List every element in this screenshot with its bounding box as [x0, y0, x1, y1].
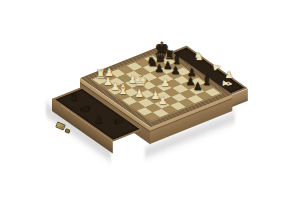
captured-piece-black-pawn[interactable]: ♟ [91, 104, 107, 124]
piece-black-pawn[interactable]: ♟ [188, 65, 207, 91]
captured-piece-black-pawn[interactable]: ♟ [113, 112, 135, 130]
captured-piece-white-pawn[interactable]: ♟ [221, 59, 237, 79]
piece-white-pawn[interactable]: ♟ [153, 79, 172, 105]
piece-white-bishop[interactable]: ♝ [113, 70, 132, 96]
captured-piece-white-knight[interactable]: ♞ [191, 42, 207, 62]
piece-white-pawn[interactable]: ♟ [130, 72, 149, 98]
chess-set-photo: ♚♜♛♝♞♟♟♟♟♟♜♟♟♟♟♝♚♟♟♝♟♟♟ ♟♞♟♟♞♟♝♟ [0, 0, 300, 205]
captured-piece-black-knight[interactable]: ♞ [69, 99, 91, 118]
